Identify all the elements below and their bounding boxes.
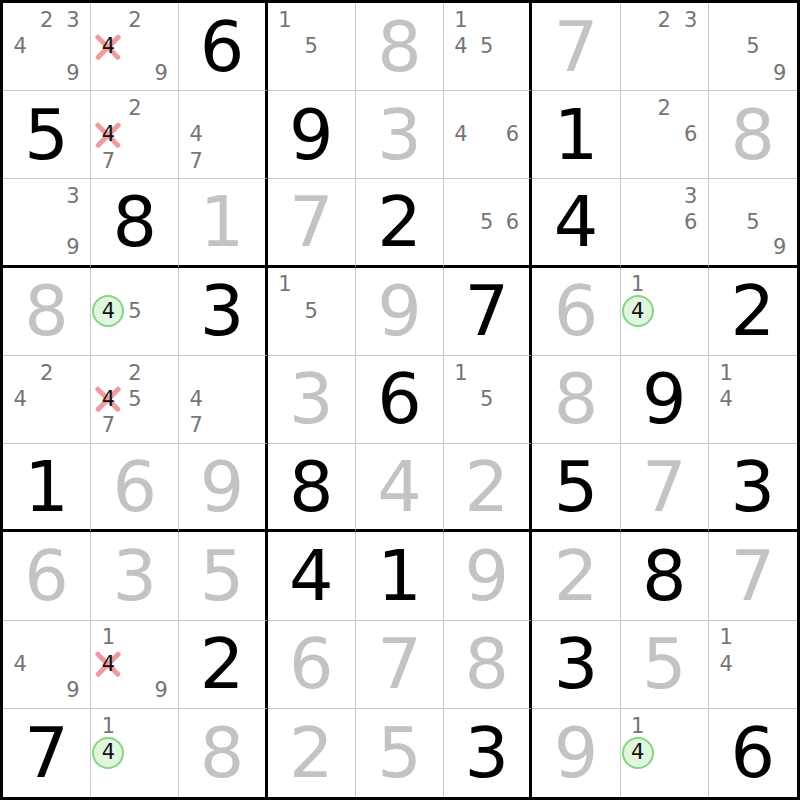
cell-r1c5[interactable]: 8 <box>356 3 444 91</box>
candidate-digit: 5 <box>746 212 759 233</box>
cell-r9c1[interactable]: 7 <box>3 709 91 797</box>
candidate-digit: 2 <box>128 10 141 31</box>
candidate-grid: 2349 <box>3 3 90 90</box>
cell-r6c5[interactable]: 4 <box>356 444 444 532</box>
candidate-digit: 2 <box>657 98 670 119</box>
cell-r4c4[interactable]: 15 <box>268 268 356 356</box>
cell-r8c5[interactable]: 7 <box>356 621 444 709</box>
given-digit: 9 <box>621 356 708 443</box>
candidate-digit: 1 <box>631 274 644 295</box>
candidate-5[interactable]: 5 <box>474 33 500 59</box>
cell-r2c5[interactable]: 3 <box>356 91 444 179</box>
candidate-grid: 26 <box>621 91 708 178</box>
solved-digit: 8 <box>179 709 264 797</box>
candidate-4[interactable]: 4 <box>7 33 33 59</box>
candidate-digit: 7 <box>190 151 203 172</box>
solved-digit: 5 <box>356 709 443 797</box>
candidate-digit: 2 <box>657 10 670 31</box>
candidate-grid: 15 <box>268 268 355 355</box>
candidate-1[interactable]: 1 <box>713 360 740 386</box>
candidate-digit: 4 <box>719 654 732 675</box>
given-digit: 9 <box>268 91 355 178</box>
candidate-4[interactable]: 4 <box>448 33 474 59</box>
cell-r2c6[interactable]: 46 <box>444 91 532 179</box>
solved-digit: 9 <box>532 709 619 797</box>
candidate-digit: 9 <box>155 680 168 701</box>
candidate-4[interactable]: 4 <box>183 386 209 412</box>
candidate-digit: 3 <box>684 10 697 31</box>
candidate-digit: 1 <box>454 363 467 384</box>
candidate-digit: 2 <box>40 10 53 31</box>
solved-digit: 9 <box>356 268 443 355</box>
candidate-grid: 14 <box>709 356 797 443</box>
candidate-2[interactable]: 2 <box>651 95 677 121</box>
candidate-grid: 45 <box>91 268 178 355</box>
candidate-grid: 47 <box>179 356 264 443</box>
candidate-4[interactable]: 4 <box>183 122 209 148</box>
candidate-5[interactable]: 5 <box>474 209 500 235</box>
solved-digit: 8 <box>709 91 797 178</box>
candidate-grid: 15 <box>444 356 529 443</box>
solved-digit: 7 <box>268 179 355 264</box>
cell-r6c4[interactable]: 8 <box>268 444 356 532</box>
given-digit: 8 <box>91 179 178 264</box>
cell-r3c3[interactable]: 1 <box>179 179 267 267</box>
candidate-5[interactable]: 5 <box>474 386 500 412</box>
cell-r7c5[interactable]: 1 <box>356 532 444 620</box>
candidate-digit: 4 <box>14 389 27 410</box>
cell-r1c8[interactable]: 23 <box>621 3 709 91</box>
candidate-4[interactable]: 4 <box>95 298 121 324</box>
given-digit: 6 <box>709 709 797 797</box>
candidate-grid: 14 <box>91 709 178 797</box>
cell-r9c3[interactable]: 8 <box>179 709 267 797</box>
solved-digit: 8 <box>532 356 619 443</box>
cell-r7c6[interactable]: 9 <box>444 532 532 620</box>
candidate-1[interactable]: 1 <box>448 7 474 33</box>
solved-digit: 2 <box>532 532 619 619</box>
candidate-1[interactable]: 1 <box>95 713 121 740</box>
solved-digit: 7 <box>709 532 797 619</box>
cell-r5c2[interactable]: 2457 <box>91 356 179 444</box>
candidate-grid: 14 <box>621 709 708 797</box>
candidate-9[interactable]: 9 <box>766 235 793 261</box>
candidate-digit: 1 <box>278 274 291 295</box>
candidate-7[interactable]: 7 <box>183 148 209 174</box>
solved-digit: 8 <box>3 268 90 355</box>
given-digit: 3 <box>532 621 619 708</box>
cell-r8c2[interactable]: 149 <box>91 621 179 709</box>
candidate-digit: 9 <box>773 63 786 84</box>
cell-r6c6[interactable]: 2 <box>444 444 532 532</box>
candidate-6[interactable]: 6 <box>500 209 526 235</box>
candidate-4[interactable]: 4 <box>95 651 121 677</box>
candidate-digit: 4 <box>102 124 115 145</box>
cell-r3c5[interactable]: 2 <box>356 179 444 267</box>
candidate-4[interactable]: 4 <box>95 122 121 148</box>
candidate-grid: 24 <box>3 356 90 443</box>
cell-r4c6[interactable]: 7 <box>444 268 532 356</box>
candidate-digit: 4 <box>14 654 27 675</box>
given-digit: 2 <box>179 621 264 708</box>
given-digit: 1 <box>356 532 443 619</box>
candidate-grid: 14 <box>709 621 797 708</box>
candidate-digit: 2 <box>40 363 53 384</box>
cell-r4c9[interactable]: 2 <box>709 268 797 356</box>
candidate-digit: 1 <box>278 10 291 31</box>
cell-r9c4[interactable]: 2 <box>268 709 356 797</box>
cell-r4c2[interactable]: 45 <box>91 268 179 356</box>
cell-r9c5[interactable]: 5 <box>356 709 444 797</box>
candidate-digit: 1 <box>102 716 115 737</box>
candidate-3[interactable]: 3 <box>677 7 703 33</box>
given-digit: 7 <box>3 709 90 797</box>
candidate-9[interactable]: 9 <box>148 677 174 703</box>
given-digit: 2 <box>709 268 797 355</box>
candidate-digit: 4 <box>454 124 467 145</box>
candidate-1[interactable]: 1 <box>625 713 651 740</box>
candidate-6[interactable]: 6 <box>677 122 703 148</box>
cell-r4c7[interactable]: 6 <box>532 268 620 356</box>
candidate-digit: 7 <box>190 415 203 436</box>
given-digit: 7 <box>444 268 529 355</box>
candidate-digit: 5 <box>746 36 759 57</box>
given-digit: 5 <box>532 444 619 529</box>
candidate-9[interactable]: 9 <box>766 60 793 86</box>
candidate-6[interactable]: 6 <box>677 209 703 235</box>
cell-r4c3[interactable]: 3 <box>179 268 267 356</box>
candidate-digit: 4 <box>102 301 115 322</box>
candidate-7[interactable]: 7 <box>95 148 121 174</box>
candidate-digit: 4 <box>102 742 115 763</box>
candidate-digit: 9 <box>155 63 168 84</box>
candidate-digit: 4 <box>102 389 115 410</box>
solved-digit: 8 <box>356 3 443 90</box>
cell-r9c7[interactable]: 9 <box>532 709 620 797</box>
cell-r5c6[interactable]: 15 <box>444 356 532 444</box>
cell-r4c8[interactable]: 14 <box>621 268 709 356</box>
candidate-digit: 4 <box>454 36 467 57</box>
candidate-grid: 15 <box>268 3 355 90</box>
candidate-4[interactable]: 4 <box>713 386 740 412</box>
candidate-digit: 6 <box>684 212 697 233</box>
candidate-6[interactable]: 6 <box>500 122 526 148</box>
cell-r8c1[interactable]: 49 <box>3 621 91 709</box>
candidate-grid: 247 <box>91 91 178 178</box>
cell-r8c7[interactable]: 3 <box>532 621 620 709</box>
cell-r7c1[interactable]: 6 <box>3 532 91 620</box>
candidate-4[interactable]: 4 <box>7 651 33 677</box>
cell-r7c2[interactable]: 3 <box>91 532 179 620</box>
solved-digit: 7 <box>621 444 708 529</box>
given-digit: 6 <box>179 3 264 90</box>
candidate-9[interactable]: 9 <box>148 60 174 86</box>
candidate-digit: 3 <box>66 186 79 207</box>
cell-r3c9[interactable]: 59 <box>709 179 797 267</box>
candidate-4[interactable]: 4 <box>448 122 474 148</box>
candidate-7[interactable]: 7 <box>95 413 121 439</box>
candidate-grid: 145 <box>444 3 529 90</box>
given-digit: 5 <box>3 91 90 178</box>
solved-digit: 3 <box>268 356 355 443</box>
candidate-4[interactable]: 4 <box>625 298 651 324</box>
candidate-grid: 46 <box>444 91 529 178</box>
cell-r2c7[interactable]: 1 <box>532 91 620 179</box>
given-digit: 4 <box>268 532 355 619</box>
cell-r7c3[interactable]: 5 <box>179 532 267 620</box>
candidate-digit: 4 <box>190 124 203 145</box>
candidate-1[interactable]: 1 <box>448 360 474 386</box>
candidate-1[interactable]: 1 <box>95 625 121 651</box>
solved-digit: 2 <box>268 709 355 797</box>
candidate-4[interactable]: 4 <box>95 386 121 412</box>
candidate-2[interactable]: 2 <box>33 7 59 33</box>
cell-r8c3[interactable]: 2 <box>179 621 267 709</box>
candidate-digit: 1 <box>719 627 732 648</box>
candidate-5[interactable]: 5 <box>298 33 324 59</box>
cell-r6c8[interactable]: 7 <box>621 444 709 532</box>
cell-r5c8[interactable]: 9 <box>621 356 709 444</box>
cell-r3c4[interactable]: 7 <box>268 179 356 267</box>
cell-r8c4[interactable]: 6 <box>268 621 356 709</box>
given-digit: 6 <box>356 356 443 443</box>
sudoku-board: 2349249615814572359524747934612683981725… <box>0 0 800 800</box>
candidate-digit: 1 <box>102 627 115 648</box>
candidate-digit: 5 <box>128 389 141 410</box>
given-digit: 1 <box>532 91 619 178</box>
candidate-digit: 1 <box>719 363 732 384</box>
candidate-grid: 23 <box>621 3 708 90</box>
candidate-digit: 4 <box>190 389 203 410</box>
cell-r2c2[interactable]: 247 <box>91 91 179 179</box>
candidate-9[interactable]: 9 <box>60 235 86 261</box>
cell-r9c8[interactable]: 14 <box>621 709 709 797</box>
solved-digit: 5 <box>621 621 708 708</box>
candidate-3[interactable]: 3 <box>60 7 86 33</box>
solved-digit: 2 <box>444 444 529 529</box>
given-digit: 3 <box>444 709 529 797</box>
given-digit: 2 <box>356 179 443 264</box>
candidate-grid: 49 <box>3 621 90 708</box>
solved-digit: 3 <box>91 532 178 619</box>
candidate-digit: 5 <box>480 212 493 233</box>
candidate-digit: 4 <box>631 301 644 322</box>
cell-r9c6[interactable]: 3 <box>444 709 532 797</box>
candidate-digit: 6 <box>684 124 697 145</box>
cell-r1c9[interactable]: 59 <box>709 3 797 91</box>
candidate-5[interactable]: 5 <box>740 33 767 59</box>
candidate-digit: 9 <box>773 237 786 258</box>
candidate-digit: 2 <box>128 363 141 384</box>
cell-r7c8[interactable]: 8 <box>621 532 709 620</box>
solved-digit: 1 <box>179 179 264 264</box>
candidate-2[interactable]: 2 <box>122 95 148 121</box>
cell-r6c7[interactable]: 5 <box>532 444 620 532</box>
cell-r7c4[interactable]: 4 <box>268 532 356 620</box>
cell-r9c9[interactable]: 6 <box>709 709 797 797</box>
candidate-digit: 6 <box>506 124 519 145</box>
cell-r2c3[interactable]: 47 <box>179 91 267 179</box>
candidate-digit: 5 <box>305 301 318 322</box>
candidate-grid: 59 <box>709 3 797 90</box>
candidate-grid: 36 <box>621 179 708 264</box>
solved-digit: 6 <box>3 532 90 619</box>
solved-digit: 8 <box>444 621 529 708</box>
candidate-digit: 9 <box>66 63 79 84</box>
candidate-digit: 1 <box>454 10 467 31</box>
candidate-7[interactable]: 7 <box>183 413 209 439</box>
candidate-grid: 56 <box>444 179 529 264</box>
candidate-grid: 249 <box>91 3 178 90</box>
cell-r2c1[interactable]: 5 <box>3 91 91 179</box>
solved-digit: 5 <box>179 532 264 619</box>
cell-r6c2[interactable]: 6 <box>91 444 179 532</box>
cell-r5c9[interactable]: 14 <box>709 356 797 444</box>
solved-digit: 6 <box>268 621 355 708</box>
cell-r5c7[interactable]: 8 <box>532 356 620 444</box>
given-digit: 1 <box>3 444 90 529</box>
candidate-1[interactable]: 1 <box>625 272 651 298</box>
candidate-grid: 2457 <box>91 356 178 443</box>
candidate-5[interactable]: 5 <box>298 298 324 324</box>
cell-r3c6[interactable]: 56 <box>444 179 532 267</box>
solved-digit: 7 <box>356 621 443 708</box>
cell-r1c6[interactable]: 145 <box>444 3 532 91</box>
candidate-digit: 4 <box>14 36 27 57</box>
cell-r3c8[interactable]: 36 <box>621 179 709 267</box>
candidate-4[interactable]: 4 <box>95 740 121 767</box>
given-digit: 8 <box>268 444 355 529</box>
cell-r1c4[interactable]: 15 <box>268 3 356 91</box>
cell-r5c5[interactable]: 6 <box>356 356 444 444</box>
candidate-grid: 14 <box>621 268 708 355</box>
candidate-digit: 6 <box>506 212 519 233</box>
candidate-digit: 4 <box>631 742 644 763</box>
candidate-5[interactable]: 5 <box>122 386 148 412</box>
cell-r1c1[interactable]: 2349 <box>3 3 91 91</box>
candidate-4[interactable]: 4 <box>713 651 740 677</box>
cell-r1c3[interactable]: 6 <box>179 3 267 91</box>
candidate-digit: 1 <box>631 716 644 737</box>
candidate-digit: 5 <box>480 36 493 57</box>
candidate-digit: 9 <box>66 680 79 701</box>
candidate-digit: 5 <box>128 301 141 322</box>
candidate-2[interactable]: 2 <box>651 7 677 33</box>
cell-r9c2[interactable]: 14 <box>91 709 179 797</box>
cell-r6c9[interactable]: 3 <box>709 444 797 532</box>
solved-digit: 7 <box>532 3 619 90</box>
given-digit: 8 <box>621 532 708 619</box>
cell-r8c9[interactable]: 14 <box>709 621 797 709</box>
cell-r6c1[interactable]: 1 <box>3 444 91 532</box>
candidate-2[interactable]: 2 <box>33 360 59 386</box>
solved-digit: 3 <box>356 91 443 178</box>
candidate-grid: 47 <box>179 91 264 178</box>
candidate-digit: 7 <box>102 415 115 436</box>
candidate-5[interactable]: 5 <box>740 209 767 235</box>
solved-digit: 6 <box>91 444 178 529</box>
cell-r2c4[interactable]: 9 <box>268 91 356 179</box>
candidate-digit: 3 <box>66 10 79 31</box>
candidate-3[interactable]: 3 <box>60 183 86 209</box>
candidate-4[interactable]: 4 <box>625 740 651 767</box>
cell-r2c8[interactable]: 26 <box>621 91 709 179</box>
solved-digit: 6 <box>532 268 619 355</box>
candidate-4[interactable]: 4 <box>95 33 121 59</box>
candidate-digit: 5 <box>305 36 318 57</box>
candidate-digit: 4 <box>719 389 732 410</box>
candidate-digit: 2 <box>128 98 141 119</box>
cell-r4c1[interactable]: 8 <box>3 268 91 356</box>
cell-r1c2[interactable]: 249 <box>91 3 179 91</box>
cell-r5c3[interactable]: 47 <box>179 356 267 444</box>
candidate-digit: 4 <box>102 36 115 57</box>
solved-digit: 9 <box>444 532 529 619</box>
solved-digit: 4 <box>356 444 443 529</box>
given-digit: 4 <box>532 179 619 264</box>
candidate-1[interactable]: 1 <box>272 272 298 298</box>
candidate-grid: 59 <box>709 179 797 264</box>
cell-r5c1[interactable]: 24 <box>3 356 91 444</box>
cell-r8c6[interactable]: 8 <box>444 621 532 709</box>
candidate-digit: 3 <box>684 186 697 207</box>
given-digit: 3 <box>709 444 797 529</box>
cell-r4c5[interactable]: 9 <box>356 268 444 356</box>
candidate-3[interactable]: 3 <box>677 183 703 209</box>
candidate-grid: 149 <box>91 621 178 708</box>
cell-r3c1[interactable]: 39 <box>3 179 91 267</box>
cell-r7c9[interactable]: 7 <box>709 532 797 620</box>
candidate-9[interactable]: 9 <box>60 60 86 86</box>
candidate-digit: 9 <box>66 237 79 258</box>
cell-r2c9[interactable]: 8 <box>709 91 797 179</box>
candidate-digit: 5 <box>480 389 493 410</box>
candidate-2[interactable]: 2 <box>122 360 148 386</box>
candidate-2[interactable]: 2 <box>122 7 148 33</box>
candidate-9[interactable]: 9 <box>60 677 86 703</box>
cell-r8c8[interactable]: 5 <box>621 621 709 709</box>
cell-r3c2[interactable]: 8 <box>91 179 179 267</box>
candidate-1[interactable]: 1 <box>272 7 298 33</box>
cell-r1c7[interactable]: 7 <box>532 3 620 91</box>
candidate-digit: 4 <box>102 654 115 675</box>
candidate-digit: 7 <box>102 151 115 172</box>
candidate-grid: 39 <box>3 179 90 264</box>
cell-r6c3[interactable]: 9 <box>179 444 267 532</box>
candidate-5[interactable]: 5 <box>122 298 148 324</box>
given-digit: 3 <box>179 268 264 355</box>
solved-digit: 9 <box>179 444 264 529</box>
candidate-1[interactable]: 1 <box>713 625 740 651</box>
cell-r3c7[interactable]: 4 <box>532 179 620 267</box>
candidate-4[interactable]: 4 <box>7 386 33 412</box>
cell-r5c4[interactable]: 3 <box>268 356 356 444</box>
cell-r7c7[interactable]: 2 <box>532 532 620 620</box>
